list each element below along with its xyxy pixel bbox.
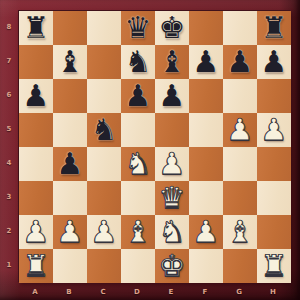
white-bishop-g2[interactable]: ♝ (223, 215, 257, 249)
square-a3[interactable] (19, 181, 53, 215)
square-e5[interactable] (155, 113, 189, 147)
black-pawn-h7[interactable]: ♟ (257, 45, 291, 79)
square-a8[interactable]: ♜ (19, 11, 53, 45)
square-b4[interactable]: ♟ (53, 147, 87, 181)
white-pawn-e4[interactable]: ♟ (155, 147, 189, 181)
square-f1[interactable] (189, 249, 223, 283)
white-pawn-a2[interactable]: ♟ (19, 215, 53, 249)
square-g8[interactable] (223, 11, 257, 45)
chessboard-frame: ♜♛♚♜♝♞♝♟♟♟♟♟♟♞♟♟♟♞♟♛♟♟♟♝♞♟♝♜♚♜ 87654321A… (0, 0, 300, 300)
square-b1[interactable] (53, 249, 87, 283)
square-f7[interactable]: ♟ (189, 45, 223, 79)
rank-label-4: 4 (0, 146, 18, 180)
black-pawn-g7[interactable]: ♟ (223, 45, 257, 79)
square-b8[interactable] (53, 11, 87, 45)
square-g6[interactable] (223, 79, 257, 113)
square-c2[interactable]: ♟ (87, 215, 121, 249)
square-d4[interactable]: ♞ (121, 147, 155, 181)
file-label-d: D (120, 283, 154, 300)
square-e6[interactable]: ♟ (155, 79, 189, 113)
white-rook-h1[interactable]: ♜ (257, 249, 291, 283)
square-d5[interactable] (121, 113, 155, 147)
file-label-a: A (18, 283, 52, 300)
square-b3[interactable] (53, 181, 87, 215)
square-f5[interactable] (189, 113, 223, 147)
square-e2[interactable]: ♞ (155, 215, 189, 249)
square-h7[interactable]: ♟ (257, 45, 291, 79)
white-knight-e2[interactable]: ♞ (155, 215, 189, 249)
white-knight-d4[interactable]: ♞ (121, 147, 155, 181)
file-label-b: B (52, 283, 86, 300)
square-g4[interactable] (223, 147, 257, 181)
square-g2[interactable]: ♝ (223, 215, 257, 249)
square-c8[interactable] (87, 11, 121, 45)
square-e3[interactable]: ♛ (155, 181, 189, 215)
square-d3[interactable] (121, 181, 155, 215)
square-d2[interactable]: ♝ (121, 215, 155, 249)
square-h2[interactable] (257, 215, 291, 249)
square-a2[interactable]: ♟ (19, 215, 53, 249)
square-h3[interactable] (257, 181, 291, 215)
file-label-f: F (188, 283, 222, 300)
square-b5[interactable] (53, 113, 87, 147)
square-e8[interactable]: ♚ (155, 11, 189, 45)
chessboard: ♜♛♚♜♝♞♝♟♟♟♟♟♟♞♟♟♟♞♟♛♟♟♟♝♞♟♝♜♚♜ (18, 10, 290, 282)
black-knight-d7[interactable]: ♞ (121, 45, 155, 79)
white-bishop-d2[interactable]: ♝ (121, 215, 155, 249)
square-h6[interactable] (257, 79, 291, 113)
white-pawn-b2[interactable]: ♟ (53, 215, 87, 249)
white-pawn-h5[interactable]: ♟ (257, 113, 291, 147)
white-pawn-g5[interactable]: ♟ (223, 113, 257, 147)
square-h1[interactable]: ♜ (257, 249, 291, 283)
square-e4[interactable]: ♟ (155, 147, 189, 181)
square-c1[interactable] (87, 249, 121, 283)
file-label-g: G (222, 283, 256, 300)
square-a6[interactable]: ♟ (19, 79, 53, 113)
rank-label-5: 5 (0, 112, 18, 146)
file-label-c: C (86, 283, 120, 300)
rank-label-6: 6 (0, 78, 18, 112)
black-pawn-f7[interactable]: ♟ (189, 45, 223, 79)
square-h5[interactable]: ♟ (257, 113, 291, 147)
white-pawn-f2[interactable]: ♟ (189, 215, 223, 249)
black-knight-c5[interactable]: ♞ (87, 113, 121, 147)
square-c6[interactable] (87, 79, 121, 113)
black-pawn-a6[interactable]: ♟ (19, 79, 53, 113)
square-d7[interactable]: ♞ (121, 45, 155, 79)
white-pawn-c2[interactable]: ♟ (87, 215, 121, 249)
square-f6[interactable] (189, 79, 223, 113)
square-g5[interactable]: ♟ (223, 113, 257, 147)
square-c5[interactable]: ♞ (87, 113, 121, 147)
square-a1[interactable]: ♜ (19, 249, 53, 283)
square-e1[interactable]: ♚ (155, 249, 189, 283)
square-a7[interactable] (19, 45, 53, 79)
black-queen-d8[interactable]: ♛ (121, 11, 155, 45)
rank-label-2: 2 (0, 214, 18, 248)
rank-label-8: 8 (0, 10, 18, 44)
square-a4[interactable] (19, 147, 53, 181)
square-d8[interactable]: ♛ (121, 11, 155, 45)
square-b7[interactable]: ♝ (53, 45, 87, 79)
black-bishop-b7[interactable]: ♝ (53, 45, 87, 79)
rank-label-1: 1 (0, 248, 18, 282)
black-bishop-e7[interactable]: ♝ (155, 45, 189, 79)
rank-label-3: 3 (0, 180, 18, 214)
rank-label-7: 7 (0, 44, 18, 78)
square-c3[interactable] (87, 181, 121, 215)
square-d1[interactable] (121, 249, 155, 283)
black-pawn-e6[interactable]: ♟ (155, 79, 189, 113)
white-queen-e3[interactable]: ♛ (155, 181, 189, 215)
white-rook-a1[interactable]: ♜ (19, 249, 53, 283)
square-a5[interactable] (19, 113, 53, 147)
square-g1[interactable] (223, 249, 257, 283)
black-king-e8[interactable]: ♚ (155, 11, 189, 45)
square-c7[interactable] (87, 45, 121, 79)
square-c4[interactable] (87, 147, 121, 181)
square-h8[interactable]: ♜ (257, 11, 291, 45)
black-pawn-d6[interactable]: ♟ (121, 79, 155, 113)
square-f3[interactable] (189, 181, 223, 215)
square-b2[interactable]: ♟ (53, 215, 87, 249)
square-f4[interactable] (189, 147, 223, 181)
white-king-e1[interactable]: ♚ (155, 249, 189, 283)
square-f8[interactable] (189, 11, 223, 45)
file-label-h: H (256, 283, 290, 300)
square-h4[interactable] (257, 147, 291, 181)
black-rook-a8[interactable]: ♜ (19, 11, 53, 45)
square-g3[interactable] (223, 181, 257, 215)
square-b6[interactable] (53, 79, 87, 113)
black-pawn-b4[interactable]: ♟ (53, 147, 87, 181)
file-label-e: E (154, 283, 188, 300)
square-g7[interactable]: ♟ (223, 45, 257, 79)
square-e7[interactable]: ♝ (155, 45, 189, 79)
black-rook-h8[interactable]: ♜ (257, 11, 291, 45)
square-d6[interactable]: ♟ (121, 79, 155, 113)
square-f2[interactable]: ♟ (189, 215, 223, 249)
